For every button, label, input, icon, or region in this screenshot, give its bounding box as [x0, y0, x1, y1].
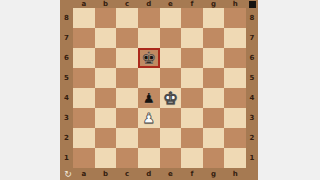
rank-label-3: 3 — [60, 108, 73, 128]
file-label-b: b — [95, 168, 117, 180]
square-f4[interactable] — [181, 88, 203, 108]
square-a6[interactable] — [73, 48, 95, 68]
rank-label-1: 1 — [60, 148, 73, 168]
rank-label-2: 2 — [60, 128, 73, 148]
square-c2[interactable] — [116, 128, 138, 148]
square-e7[interactable] — [160, 28, 182, 48]
square-b2[interactable] — [95, 128, 117, 148]
square-e5[interactable] — [160, 68, 182, 88]
square-a8[interactable] — [73, 8, 95, 28]
square-h1[interactable] — [224, 148, 246, 168]
piece-white-king-e4[interactable]: ♚ — [163, 90, 178, 107]
square-b4[interactable] — [95, 88, 117, 108]
rank-labels-right: 87654321 — [246, 8, 258, 168]
square-f1[interactable] — [181, 148, 203, 168]
square-c6[interactable] — [116, 48, 138, 68]
piece-black-pawn-d4[interactable]: ♟ — [142, 91, 155, 105]
square-b3[interactable] — [95, 108, 117, 128]
piece-white-pawn-d3[interactable]: ♟ — [142, 111, 155, 125]
square-g7[interactable] — [203, 28, 225, 48]
square-a3[interactable] — [73, 108, 95, 128]
square-d4[interactable]: ♟ — [138, 88, 160, 108]
square-g4[interactable] — [203, 88, 225, 108]
square-a1[interactable] — [73, 148, 95, 168]
square-e8[interactable] — [160, 8, 182, 28]
square-h5[interactable] — [224, 68, 246, 88]
square-h4[interactable] — [224, 88, 246, 108]
square-d5[interactable] — [138, 68, 160, 88]
file-label-h: h — [224, 168, 246, 180]
square-a2[interactable] — [73, 128, 95, 148]
square-d3[interactable]: ♟ — [138, 108, 160, 128]
piece-black-king-d6[interactable]: ♚ — [141, 50, 156, 67]
square-a4[interactable] — [73, 88, 95, 108]
square-c3[interactable] — [116, 108, 138, 128]
rank-labels-left: 87654321 — [60, 8, 73, 168]
square-a7[interactable] — [73, 28, 95, 48]
rank-label-5: 5 — [246, 68, 258, 88]
square-a5[interactable] — [73, 68, 95, 88]
square-f6[interactable] — [181, 48, 203, 68]
square-g1[interactable] — [203, 148, 225, 168]
square-d1[interactable] — [138, 148, 160, 168]
square-d7[interactable] — [138, 28, 160, 48]
flip-board-icon[interactable]: ↻ — [62, 168, 74, 180]
square-c1[interactable] — [116, 148, 138, 168]
square-h2[interactable] — [224, 128, 246, 148]
rank-label-7: 7 — [60, 28, 73, 48]
square-f8[interactable] — [181, 8, 203, 28]
square-e3[interactable] — [160, 108, 182, 128]
page-background: abcdefgh abcdefgh 87654321 87654321 ♚♟♚♟… — [0, 0, 320, 180]
square-c7[interactable] — [116, 28, 138, 48]
rank-label-1: 1 — [246, 148, 258, 168]
square-e1[interactable] — [160, 148, 182, 168]
square-c4[interactable] — [116, 88, 138, 108]
black-to-move-indicator — [249, 1, 256, 8]
square-c5[interactable] — [116, 68, 138, 88]
file-label-f: f — [181, 168, 203, 180]
rank-label-6: 6 — [60, 48, 73, 68]
rank-label-2: 2 — [246, 128, 258, 148]
square-d2[interactable] — [138, 128, 160, 148]
square-g6[interactable] — [203, 48, 225, 68]
square-g5[interactable] — [203, 68, 225, 88]
square-d6[interactable]: ♚ — [138, 48, 160, 68]
rank-label-3: 3 — [246, 108, 258, 128]
square-d8[interactable] — [138, 8, 160, 28]
rank-label-7: 7 — [246, 28, 258, 48]
rank-label-6: 6 — [246, 48, 258, 68]
rank-label-5: 5 — [60, 68, 73, 88]
rank-label-4: 4 — [246, 88, 258, 108]
file-label-e: e — [160, 168, 182, 180]
rank-label-4: 4 — [60, 88, 73, 108]
rank-label-8: 8 — [246, 8, 258, 28]
square-f3[interactable] — [181, 108, 203, 128]
square-g8[interactable] — [203, 8, 225, 28]
square-b5[interactable] — [95, 68, 117, 88]
file-label-a: a — [73, 168, 95, 180]
square-f5[interactable] — [181, 68, 203, 88]
file-label-d: d — [138, 168, 160, 180]
square-b7[interactable] — [95, 28, 117, 48]
file-label-c: c — [116, 168, 138, 180]
rank-label-8: 8 — [60, 8, 73, 28]
square-b1[interactable] — [95, 148, 117, 168]
square-g2[interactable] — [203, 128, 225, 148]
square-b6[interactable] — [95, 48, 117, 68]
chess-board: abcdefgh abcdefgh 87654321 87654321 ♚♟♚♟… — [60, 0, 258, 180]
square-f7[interactable] — [181, 28, 203, 48]
square-e4[interactable]: ♚ — [160, 88, 182, 108]
square-e2[interactable] — [160, 128, 182, 148]
square-h3[interactable] — [224, 108, 246, 128]
square-h8[interactable] — [224, 8, 246, 28]
square-e6[interactable] — [160, 48, 182, 68]
square-c8[interactable] — [116, 8, 138, 28]
square-h6[interactable] — [224, 48, 246, 68]
square-g3[interactable] — [203, 108, 225, 128]
board-grid: ♚♟♚♟ — [73, 8, 246, 168]
file-labels-top: abcdefgh — [73, 0, 246, 8]
file-label-g: g — [203, 168, 225, 180]
square-h7[interactable] — [224, 28, 246, 48]
square-f2[interactable] — [181, 128, 203, 148]
square-b8[interactable] — [95, 8, 117, 28]
file-labels-bottom: abcdefgh — [73, 168, 246, 180]
